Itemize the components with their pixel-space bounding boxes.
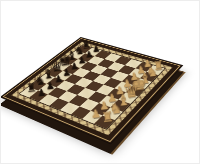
- board-frame: ♜♞♝♛♚♝♞♜♟♟♟♟♟♟♟♟♟♟♟♟♟♟♟♟♜♞♝♛♚♝♞♜: [0, 37, 183, 144]
- piece-black-pawn: ♟: [34, 87, 49, 99]
- piece-white-pawn: ♟: [120, 78, 135, 90]
- product-photo-stage: ♜♞♝♛♚♝♞♜♟♟♟♟♟♟♟♟♟♟♟♟♟♟♟♟♜♞♝♛♚♝♞♜: [0, 0, 200, 164]
- piece-white-pawn: ♟: [141, 58, 155, 69]
- square-b8: ♞: [29, 80, 47, 90]
- camera-roll-wrapper: ♜♞♝♛♚♝♞♜♟♟♟♟♟♟♟♟♟♟♟♟♟♟♟♟♜♞♝♛♚♝♞♜: [0, 0, 200, 164]
- chess-board: ♜♞♝♛♚♝♞♜♟♟♟♟♟♟♟♟♟♟♟♟♟♟♟♟♜♞♝♛♚♝♞♜: [0, 37, 183, 144]
- piece-white-rook: ♜: [152, 60, 166, 73]
- piece-black-pawn: ♟: [90, 44, 103, 54]
